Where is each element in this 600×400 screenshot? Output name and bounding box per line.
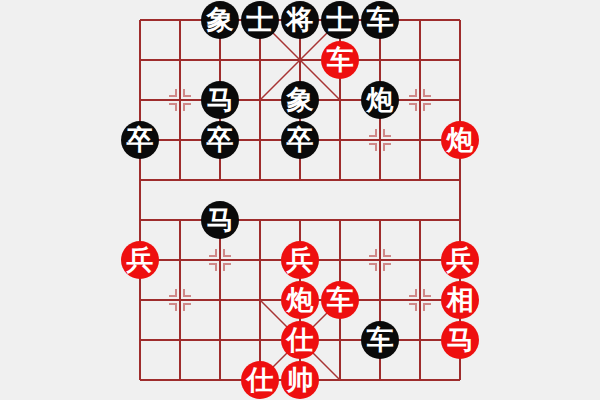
piece-black-king[interactable]: 将	[281, 1, 319, 39]
piece-black-elephant[interactable]: 象	[281, 81, 319, 119]
piece-red-pawn[interactable]: 兵	[441, 241, 479, 279]
app-background: 象士将士车车马象炮卒卒卒炮马兵兵兵炮车相仕车马仕帅	[0, 0, 600, 400]
piece-black-rook[interactable]: 车	[361, 321, 399, 359]
xiangqi-board[interactable]: 象士将士车车马象炮卒卒卒炮马兵兵兵炮车相仕车马仕帅	[120, 0, 480, 400]
piece-red-pawn[interactable]: 兵	[281, 241, 319, 279]
piece-red-elephant[interactable]: 相	[441, 281, 479, 319]
piece-black-advisor[interactable]: 士	[241, 1, 279, 39]
piece-black-horse[interactable]: 马	[201, 201, 239, 239]
piece-red-advisor[interactable]: 仕	[241, 361, 279, 399]
piece-black-cannon[interactable]: 炮	[361, 81, 399, 119]
piece-red-cannon[interactable]: 炮	[281, 281, 319, 319]
piece-red-king[interactable]: 帅	[281, 361, 319, 399]
piece-red-rook[interactable]: 车	[321, 41, 359, 79]
piece-black-pawn[interactable]: 卒	[201, 121, 239, 159]
piece-black-advisor[interactable]: 士	[321, 1, 359, 39]
piece-black-pawn[interactable]: 卒	[121, 121, 159, 159]
piece-black-horse[interactable]: 马	[201, 81, 239, 119]
piece-red-cannon[interactable]: 炮	[441, 121, 479, 159]
piece-black-pawn[interactable]: 卒	[281, 121, 319, 159]
piece-red-pawn[interactable]: 兵	[121, 241, 159, 279]
piece-black-elephant[interactable]: 象	[201, 1, 239, 39]
piece-red-rook[interactable]: 车	[321, 281, 359, 319]
piece-red-horse[interactable]: 马	[441, 321, 479, 359]
piece-black-rook[interactable]: 车	[361, 1, 399, 39]
piece-red-advisor[interactable]: 仕	[281, 321, 319, 359]
